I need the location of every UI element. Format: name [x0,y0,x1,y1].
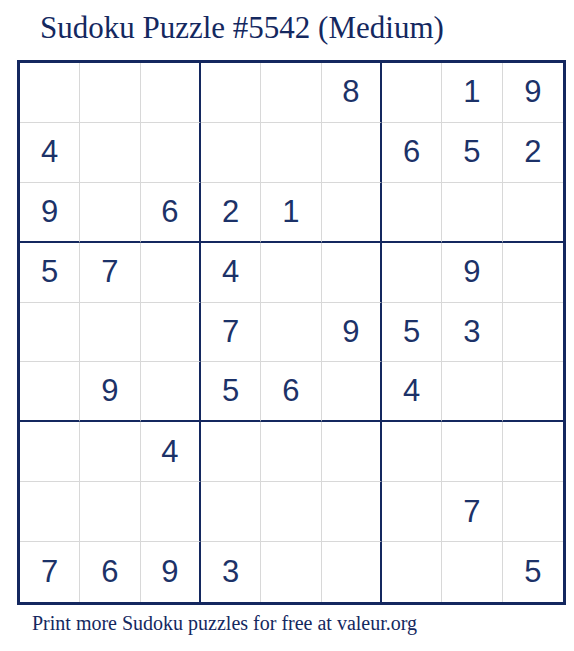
sudoku-cell-r1c4[interactable] [201,63,261,123]
sudoku-cell-r6c5[interactable]: 6 [261,362,321,422]
sudoku-cell-r7c1[interactable] [20,422,80,482]
sudoku-cell-r8c5[interactable] [261,482,321,542]
sudoku-cell-r4c9[interactable] [503,243,563,303]
sudoku-cell-r5c7[interactable]: 5 [382,303,442,363]
sudoku-cell-r4c3[interactable] [141,243,201,303]
sudoku-cell-r1c9[interactable]: 9 [503,63,563,123]
sudoku-cell-r9c9[interactable]: 5 [503,542,563,602]
sudoku-cell-r7c4[interactable] [201,422,261,482]
sudoku-cell-r5c2[interactable] [80,303,140,363]
sudoku-cell-r2c6[interactable] [322,123,382,183]
sudoku-cell-r2c2[interactable] [80,123,140,183]
sudoku-cell-r6c3[interactable] [141,362,201,422]
sudoku-cell-r3c4[interactable]: 2 [201,183,261,243]
sudoku-cell-r1c1[interactable] [20,63,80,123]
sudoku-cell-r3c1[interactable]: 9 [20,183,80,243]
sudoku-cell-r9c7[interactable] [382,542,442,602]
sudoku-cell-r4c1[interactable]: 5 [20,243,80,303]
sudoku-cell-r9c4[interactable]: 3 [201,542,261,602]
sudoku-cell-r6c6[interactable] [322,362,382,422]
sudoku-cell-r7c7[interactable] [382,422,442,482]
sudoku-cell-r7c8[interactable] [442,422,502,482]
sudoku-cell-r9c5[interactable] [261,542,321,602]
sudoku-cell-r6c8[interactable] [442,362,502,422]
sudoku-cell-r3c6[interactable] [322,183,382,243]
sudoku-cell-r7c3[interactable]: 4 [141,422,201,482]
sudoku-cell-r8c6[interactable] [322,482,382,542]
sudoku-cell-r9c8[interactable] [442,542,502,602]
sudoku-cell-r8c9[interactable] [503,482,563,542]
sudoku-cell-r9c1[interactable]: 7 [20,542,80,602]
sudoku-cell-r2c1[interactable]: 4 [20,123,80,183]
sudoku-cell-r5c3[interactable] [141,303,201,363]
sudoku-cell-r8c1[interactable] [20,482,80,542]
sudoku-cell-r6c2[interactable]: 9 [80,362,140,422]
sudoku-cell-r9c6[interactable] [322,542,382,602]
sudoku-cell-r1c2[interactable] [80,63,140,123]
sudoku-cell-r2c8[interactable]: 5 [442,123,502,183]
sudoku-cell-r5c4[interactable]: 7 [201,303,261,363]
sudoku-cell-r8c3[interactable] [141,482,201,542]
sudoku-cell-r3c2[interactable] [80,183,140,243]
sudoku-cell-r6c4[interactable]: 5 [201,362,261,422]
sudoku-cell-r1c7[interactable] [382,63,442,123]
sudoku-cell-r4c6[interactable] [322,243,382,303]
sudoku-cell-r5c8[interactable]: 3 [442,303,502,363]
sudoku-cell-r2c4[interactable] [201,123,261,183]
sudoku-cell-r5c1[interactable] [20,303,80,363]
sudoku-cell-r4c2[interactable]: 7 [80,243,140,303]
sudoku-board: 819465296215749795395644776935 [17,60,566,605]
sudoku-cell-r7c9[interactable] [503,422,563,482]
footer-note: Print more Sudoku puzzles for free at va… [32,612,417,635]
sudoku-cell-r9c3[interactable]: 9 [141,542,201,602]
sudoku-cell-r4c5[interactable] [261,243,321,303]
sudoku-cell-r1c3[interactable] [141,63,201,123]
sudoku-cell-r4c8[interactable]: 9 [442,243,502,303]
sudoku-cell-r4c4[interactable]: 4 [201,243,261,303]
sudoku-cell-r8c8[interactable]: 7 [442,482,502,542]
sudoku-cell-r7c5[interactable] [261,422,321,482]
sudoku-cell-r8c2[interactable] [80,482,140,542]
sudoku-cell-r2c3[interactable] [141,123,201,183]
page-title: Sudoku Puzzle #5542 (Medium) [40,10,444,46]
sudoku-cell-r2c9[interactable]: 2 [503,123,563,183]
sudoku-cell-r4c7[interactable] [382,243,442,303]
sudoku-cell-r3c8[interactable] [442,183,502,243]
sudoku-cell-r2c7[interactable]: 6 [382,123,442,183]
sudoku-cell-r1c5[interactable] [261,63,321,123]
sudoku-cell-r9c2[interactable]: 6 [80,542,140,602]
sudoku-cell-r3c3[interactable]: 6 [141,183,201,243]
sudoku-cell-r5c6[interactable]: 9 [322,303,382,363]
sudoku-cell-r6c7[interactable]: 4 [382,362,442,422]
sudoku-cell-r1c6[interactable]: 8 [322,63,382,123]
sudoku-cell-r6c9[interactable] [503,362,563,422]
sudoku-cell-r8c4[interactable] [201,482,261,542]
sudoku-cell-r7c2[interactable] [80,422,140,482]
sudoku-cell-r1c8[interactable]: 1 [442,63,502,123]
sudoku-cell-r3c7[interactable] [382,183,442,243]
sudoku-cell-r6c1[interactable] [20,362,80,422]
sudoku-cell-r7c6[interactable] [322,422,382,482]
sudoku-cell-r5c9[interactable] [503,303,563,363]
sudoku-cell-r3c5[interactable]: 1 [261,183,321,243]
sudoku-cell-r8c7[interactable] [382,482,442,542]
sudoku-cell-r5c5[interactable] [261,303,321,363]
sudoku-cell-r3c9[interactable] [503,183,563,243]
sudoku-cell-r2c5[interactable] [261,123,321,183]
